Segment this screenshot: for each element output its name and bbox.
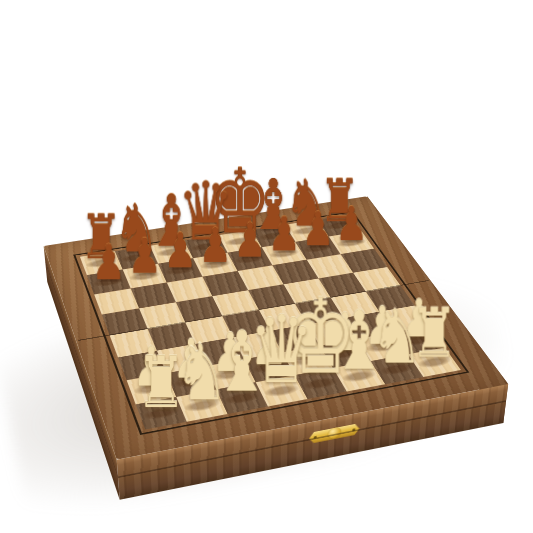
latch-screw	[351, 428, 354, 431]
latch-screw	[313, 435, 316, 438]
square-a7[interactable]: ♟	[86, 269, 130, 294]
brass-latch[interactable]	[309, 422, 359, 444]
product-photo-scene: ♜♞♝♛♚♝♞♜♟♟♟♟♟♟♟♟♟♟♟♟♟♟♟♟♜♞♝♛♚♝♞♜	[0, 0, 533, 533]
square-a1[interactable]: ♜	[135, 396, 186, 429]
chess-board: ♜♞♝♛♚♝♞♜♟♟♟♟♟♟♟♟♟♟♟♟♟♟♟♟♜♞♝♛♚♝♞♜	[79, 214, 460, 429]
folding-chess-box: ♜♞♝♛♚♝♞♜♟♟♟♟♟♟♟♟♟♟♟♟♟♟♟♟♜♞♝♛♚♝♞♜	[43, 196, 507, 459]
